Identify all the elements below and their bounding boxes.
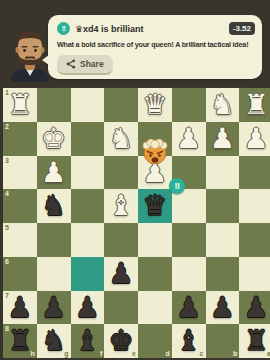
square-e7[interactable] — [104, 291, 138, 325]
white-pawn[interactable]: ♟ — [239, 122, 270, 156]
file-label: e — [132, 350, 136, 357]
share-label: Share — [80, 59, 104, 69]
square-a3[interactable] — [239, 156, 270, 190]
black-rook[interactable]: ♜ — [239, 324, 270, 358]
square-d1[interactable]: ♛ — [138, 88, 172, 122]
square-a4[interactable] — [239, 189, 270, 223]
white-pawn[interactable]: ♟ — [37, 156, 71, 190]
white-bishop[interactable]: ♝ — [104, 189, 138, 223]
square-b7[interactable]: ♟ — [206, 291, 240, 325]
square-a6[interactable] — [239, 257, 270, 291]
square-h5[interactable]: 5 — [3, 223, 37, 257]
white-king[interactable]: ♚ — [37, 122, 71, 156]
square-g5[interactable] — [37, 223, 71, 257]
square-g6[interactable] — [37, 257, 71, 291]
square-f5[interactable] — [71, 223, 105, 257]
square-c1[interactable] — [172, 88, 206, 122]
square-b4[interactable] — [206, 189, 240, 223]
square-f7[interactable]: ♟ — [71, 291, 105, 325]
square-g8[interactable]: ♞g — [37, 324, 71, 358]
file-label: d — [165, 350, 169, 357]
square-e5[interactable] — [104, 223, 138, 257]
square-e4[interactable]: ♝ — [104, 189, 138, 223]
coach-avatar — [8, 26, 52, 82]
square-b3[interactable] — [206, 156, 240, 190]
square-f2[interactable] — [71, 122, 105, 156]
bubble-header: !! ♛xd4 is brilliant -3.52 — [48, 15, 262, 35]
square-h1[interactable]: ♜1 — [3, 88, 37, 122]
square-b2[interactable]: ♟ — [206, 122, 240, 156]
square-f8[interactable]: ♝f — [71, 324, 105, 358]
square-f3[interactable] — [71, 156, 105, 190]
black-pawn[interactable]: ♟ — [239, 291, 270, 325]
rank-label: 1 — [5, 89, 9, 96]
black-knight[interactable]: ♞ — [37, 189, 71, 223]
file-label: f — [100, 350, 102, 357]
rank-label: 6 — [5, 258, 9, 265]
square-b8[interactable]: b — [206, 324, 240, 358]
square-g2[interactable]: ♚ — [37, 122, 71, 156]
square-a7[interactable]: ♟ — [239, 291, 270, 325]
square-d5[interactable] — [138, 223, 172, 257]
bubble-tail — [42, 55, 49, 65]
square-c6[interactable] — [172, 257, 206, 291]
board-brilliant-badge: !! — [169, 178, 185, 194]
square-e8[interactable]: ♚e — [104, 324, 138, 358]
square-e3[interactable] — [104, 156, 138, 190]
square-h4[interactable]: 4 — [3, 189, 37, 223]
file-label: g — [64, 350, 68, 357]
square-e2[interactable]: ♞ — [104, 122, 138, 156]
square-b5[interactable] — [206, 223, 240, 257]
white-pawn[interactable]: ♟ — [206, 122, 240, 156]
file-label: a — [267, 350, 270, 357]
square-e1[interactable] — [104, 88, 138, 122]
black-pawn[interactable]: ♟ — [172, 291, 206, 325]
square-c4[interactable] — [172, 189, 206, 223]
square-c5[interactable] — [172, 223, 206, 257]
square-g4[interactable]: ♞ — [37, 189, 71, 223]
mind-blown-emoji — [140, 136, 170, 166]
black-pawn[interactable]: ♟ — [37, 291, 71, 325]
share-button[interactable]: Share — [57, 55, 113, 75]
app-screen: !! ♛xd4 is brilliant -3.52 What a bold s… — [0, 0, 270, 360]
square-f1[interactable] — [71, 88, 105, 122]
white-queen[interactable]: ♛ — [138, 88, 172, 122]
square-h7[interactable]: ♟7 — [3, 291, 37, 325]
square-a8[interactable]: ♜a — [239, 324, 270, 358]
square-d6[interactable] — [138, 257, 172, 291]
square-g3[interactable]: ♟ — [37, 156, 71, 190]
square-h6[interactable]: 6 — [3, 257, 37, 291]
square-a1[interactable]: ♜ — [239, 88, 270, 122]
white-knight[interactable]: ♞ — [104, 122, 138, 156]
brilliant-move-icon: !! — [57, 22, 70, 35]
black-pawn[interactable]: ♟ — [206, 291, 240, 325]
rank-label: 3 — [5, 157, 9, 164]
white-knight[interactable]: ♞ — [206, 88, 240, 122]
coach-comment: What a bold sacrifice of your queen! A b… — [48, 35, 262, 49]
share-icon — [66, 59, 76, 69]
rank-label: 2 — [5, 123, 9, 130]
file-label: h — [30, 350, 34, 357]
square-d8[interactable]: d — [138, 324, 172, 358]
white-rook[interactable]: ♜ — [239, 88, 270, 122]
square-e6[interactable]: ♟ — [104, 257, 138, 291]
file-label: c — [200, 350, 204, 357]
square-g7[interactable]: ♟ — [37, 291, 71, 325]
evaluation-badge: -3.52 — [229, 22, 255, 35]
black-pawn[interactable]: ♟ — [71, 291, 105, 325]
chess-board: ♜1♛♞♜2♚♞♟♟♟3♟♟4♞♝♛56♟♟7♟♟♟♟♟♜8h♞g♝f♚ed♝c… — [3, 88, 270, 358]
square-f6[interactable] — [71, 257, 105, 291]
square-a2[interactable]: ♟ — [239, 122, 270, 156]
black-pawn[interactable]: ♟ — [104, 257, 138, 291]
rank-label: 7 — [5, 292, 9, 299]
square-b1[interactable]: ♞ — [206, 88, 240, 122]
square-g1[interactable] — [37, 88, 71, 122]
square-h2[interactable]: 2 — [3, 122, 37, 156]
square-b6[interactable] — [206, 257, 240, 291]
square-a5[interactable] — [239, 223, 270, 257]
square-d4[interactable]: ♛ — [138, 189, 172, 223]
coach-bubble: !! ♛xd4 is brilliant -3.52 What a bold s… — [48, 15, 262, 79]
square-c2[interactable]: ♟ — [172, 122, 206, 156]
rank-label: 5 — [5, 224, 9, 231]
square-c8[interactable]: ♝c — [172, 324, 206, 358]
square-h3[interactable]: 3 — [3, 156, 37, 190]
square-h8[interactable]: ♜8h — [3, 324, 37, 358]
move-title: ♛xd4 is brilliant — [75, 24, 144, 34]
black-queen[interactable]: ♛ — [138, 189, 172, 223]
file-label: b — [233, 350, 237, 357]
rank-label: 4 — [5, 190, 9, 197]
square-d7[interactable] — [138, 291, 172, 325]
white-pawn[interactable]: ♟ — [172, 122, 206, 156]
rank-label: 8 — [5, 325, 9, 332]
square-c7[interactable]: ♟ — [172, 291, 206, 325]
square-f4[interactable] — [71, 189, 105, 223]
